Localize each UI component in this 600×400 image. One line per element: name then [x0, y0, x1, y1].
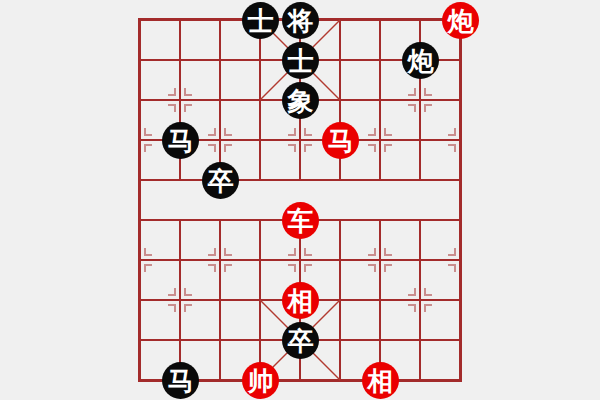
screenshot-canvas: 士将炮士炮象马马卒车相卒马帅相 [0, 0, 600, 400]
piece-red-elephant[interactable]: 相 [282, 282, 319, 319]
piece-red-horse[interactable]: 马 [322, 122, 359, 159]
piece-red-elephant[interactable]: 相 [362, 362, 399, 399]
piece-black-elephant[interactable]: 象 [282, 82, 319, 119]
piece-black-advisor[interactable]: 士 [242, 2, 279, 39]
xiangqi-board: 士将炮士炮象马马卒车相卒马帅相 [140, 20, 460, 380]
piece-black-soldier[interactable]: 卒 [282, 322, 319, 359]
piece-black-horse[interactable]: 马 [162, 362, 199, 399]
piece-red-cannon[interactable]: 炮 [442, 2, 479, 39]
piece-black-soldier[interactable]: 卒 [202, 162, 239, 199]
piece-black-cannon[interactable]: 炮 [402, 42, 439, 79]
piece-black-general[interactable]: 将 [282, 2, 319, 39]
piece-red-general[interactable]: 帅 [242, 362, 279, 399]
piece-black-horse[interactable]: 马 [162, 122, 199, 159]
piece-black-advisor[interactable]: 士 [282, 42, 319, 79]
piece-red-chariot[interactable]: 车 [282, 202, 319, 239]
